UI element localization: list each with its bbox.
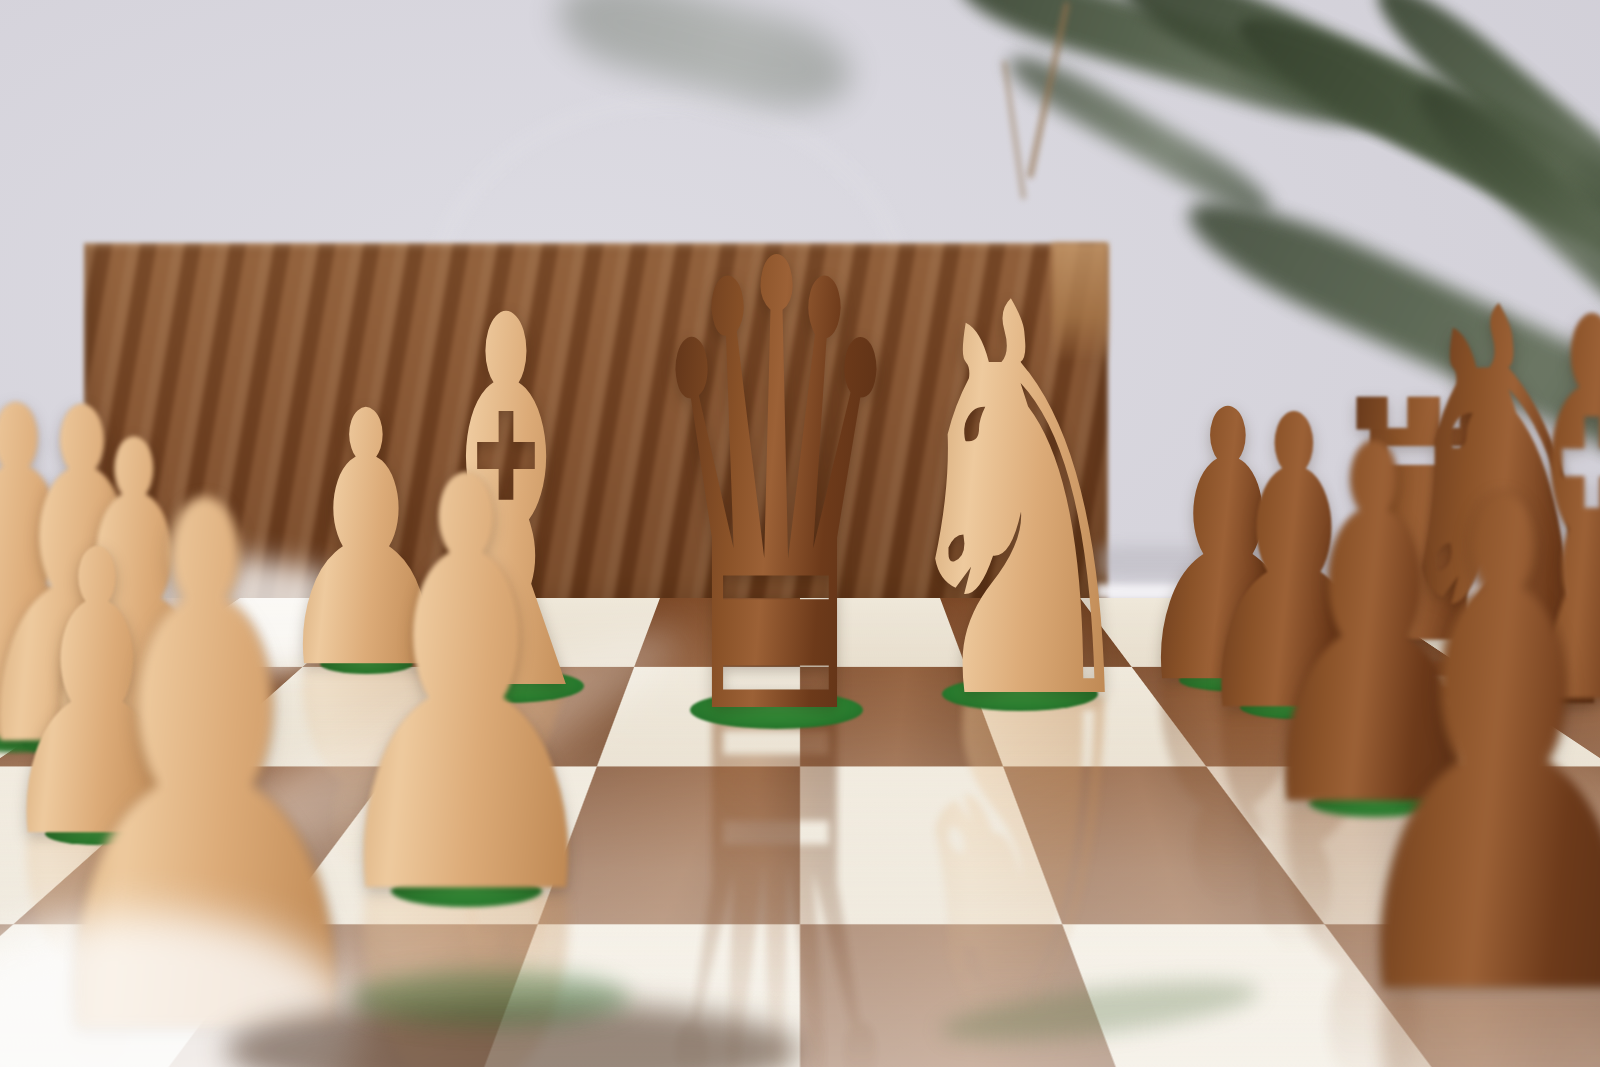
pawn-dark-d[interactable]: ♟: [1199, 413, 1600, 1067]
foreground-felt-green-blur: [350, 970, 630, 1026]
chess-set-photo: ♟♟♝♛♞♟♟♟♟♟ ♟♟♟♟♟♝♛♞♟♟♜♞♝♟♟♟♟: [0, 0, 1600, 1067]
